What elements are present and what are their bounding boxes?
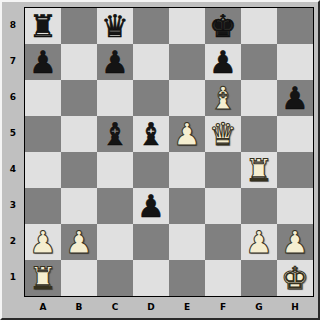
square-f7[interactable]: ♟ [205,44,241,80]
piece-black-queen: ♛ [101,8,129,44]
square-d1[interactable] [133,260,169,296]
square-e5[interactable]: ♟ [169,116,205,152]
rank-label-6: 6 [2,79,24,115]
piece-white-rook: ♜ [29,260,57,296]
square-a8[interactable]: ♜ [25,8,61,44]
square-e1[interactable] [169,260,205,296]
square-f1[interactable] [205,260,241,296]
square-g6[interactable] [241,80,277,116]
piece-black-pawn: ♟ [281,80,309,116]
file-label-h: H [277,296,313,318]
square-a5[interactable] [25,116,61,152]
square-c8[interactable]: ♛ [97,8,133,44]
square-a7[interactable]: ♟ [25,44,61,80]
square-h8[interactable] [277,8,313,44]
piece-black-pawn: ♟ [101,44,129,80]
file-label-c: C [97,296,133,318]
piece-white-pawn: ♟ [173,116,201,152]
rank-label-2: 2 [2,223,24,259]
square-h4[interactable] [277,152,313,188]
file-label-a: A [25,296,61,318]
square-h5[interactable] [277,116,313,152]
square-d3[interactable]: ♟ [133,188,169,224]
square-e8[interactable] [169,8,205,44]
piece-black-king: ♚ [209,8,237,44]
rank-label-3: 3 [2,187,24,223]
square-b4[interactable] [61,152,97,188]
file-label-g: G [241,296,277,318]
piece-black-rook: ♜ [29,8,57,44]
square-c1[interactable] [97,260,133,296]
square-c6[interactable] [97,80,133,116]
square-f2[interactable] [205,224,241,260]
square-c5[interactable]: ♝ [97,116,133,152]
square-b5[interactable] [61,116,97,152]
square-f4[interactable] [205,152,241,188]
square-a3[interactable] [25,188,61,224]
rank-label-5: 5 [2,115,24,151]
square-g1[interactable] [241,260,277,296]
rank-label-8: 8 [2,7,24,43]
piece-black-pawn: ♟ [29,44,57,80]
piece-black-pawn: ♟ [209,44,237,80]
piece-black-pawn: ♟ [137,188,165,224]
file-label-d: D [133,296,169,318]
square-b8[interactable] [61,8,97,44]
square-e3[interactable] [169,188,205,224]
file-labels: ABCDEFGH [25,296,313,318]
square-f5[interactable]: ♛ [205,116,241,152]
square-b6[interactable] [61,80,97,116]
piece-white-king: ♚ [281,260,309,296]
rank-label-7: 7 [2,43,24,79]
piece-white-pawn: ♟ [65,224,93,260]
square-d5[interactable]: ♝ [133,116,169,152]
square-d2[interactable] [133,224,169,260]
square-f3[interactable] [205,188,241,224]
square-c3[interactable] [97,188,133,224]
square-d7[interactable] [133,44,169,80]
square-a6[interactable] [25,80,61,116]
square-g4[interactable]: ♜ [241,152,277,188]
square-c2[interactable] [97,224,133,260]
square-g5[interactable] [241,116,277,152]
square-g3[interactable] [241,188,277,224]
square-c7[interactable]: ♟ [97,44,133,80]
square-d6[interactable] [133,80,169,116]
square-g8[interactable] [241,8,277,44]
piece-white-bishop: ♝ [209,80,237,116]
piece-white-pawn: ♟ [245,224,273,260]
square-e6[interactable] [169,80,205,116]
square-h7[interactable] [277,44,313,80]
piece-black-bishop: ♝ [101,116,129,152]
square-b7[interactable] [61,44,97,80]
square-d8[interactable] [133,8,169,44]
square-d4[interactable] [133,152,169,188]
square-b1[interactable] [61,260,97,296]
square-h2[interactable]: ♟ [277,224,313,260]
piece-white-pawn: ♟ [281,224,309,260]
file-label-e: E [169,296,205,318]
square-f8[interactable]: ♚ [205,8,241,44]
piece-white-rook: ♜ [245,152,273,188]
rank-label-4: 4 [2,151,24,187]
square-h3[interactable] [277,188,313,224]
chess-board-frame: 87654321 ABCDEFGH ♜♛♚♟♟♟♝♟♝♝♟♛♜♟♟♟♟♟♜♚ [0,0,320,320]
square-a1[interactable]: ♜ [25,260,61,296]
piece-white-pawn: ♟ [29,224,57,260]
square-a2[interactable]: ♟ [25,224,61,260]
square-a4[interactable] [25,152,61,188]
file-label-f: F [205,296,241,318]
square-f6[interactable]: ♝ [205,80,241,116]
square-h6[interactable]: ♟ [277,80,313,116]
piece-black-bishop: ♝ [137,116,165,152]
square-h1[interactable]: ♚ [277,260,313,296]
square-g7[interactable] [241,44,277,80]
square-g2[interactable]: ♟ [241,224,277,260]
chess-board: ♜♛♚♟♟♟♝♟♝♝♟♛♜♟♟♟♟♟♜♚ [24,7,314,297]
square-e2[interactable] [169,224,205,260]
rank-label-1: 1 [2,259,24,295]
piece-white-queen: ♛ [209,116,237,152]
file-label-b: B [61,296,97,318]
rank-labels: 87654321 [2,7,24,295]
square-b3[interactable] [61,188,97,224]
square-b2[interactable]: ♟ [61,224,97,260]
square-e7[interactable] [169,44,205,80]
square-c4[interactable] [97,152,133,188]
square-e4[interactable] [169,152,205,188]
